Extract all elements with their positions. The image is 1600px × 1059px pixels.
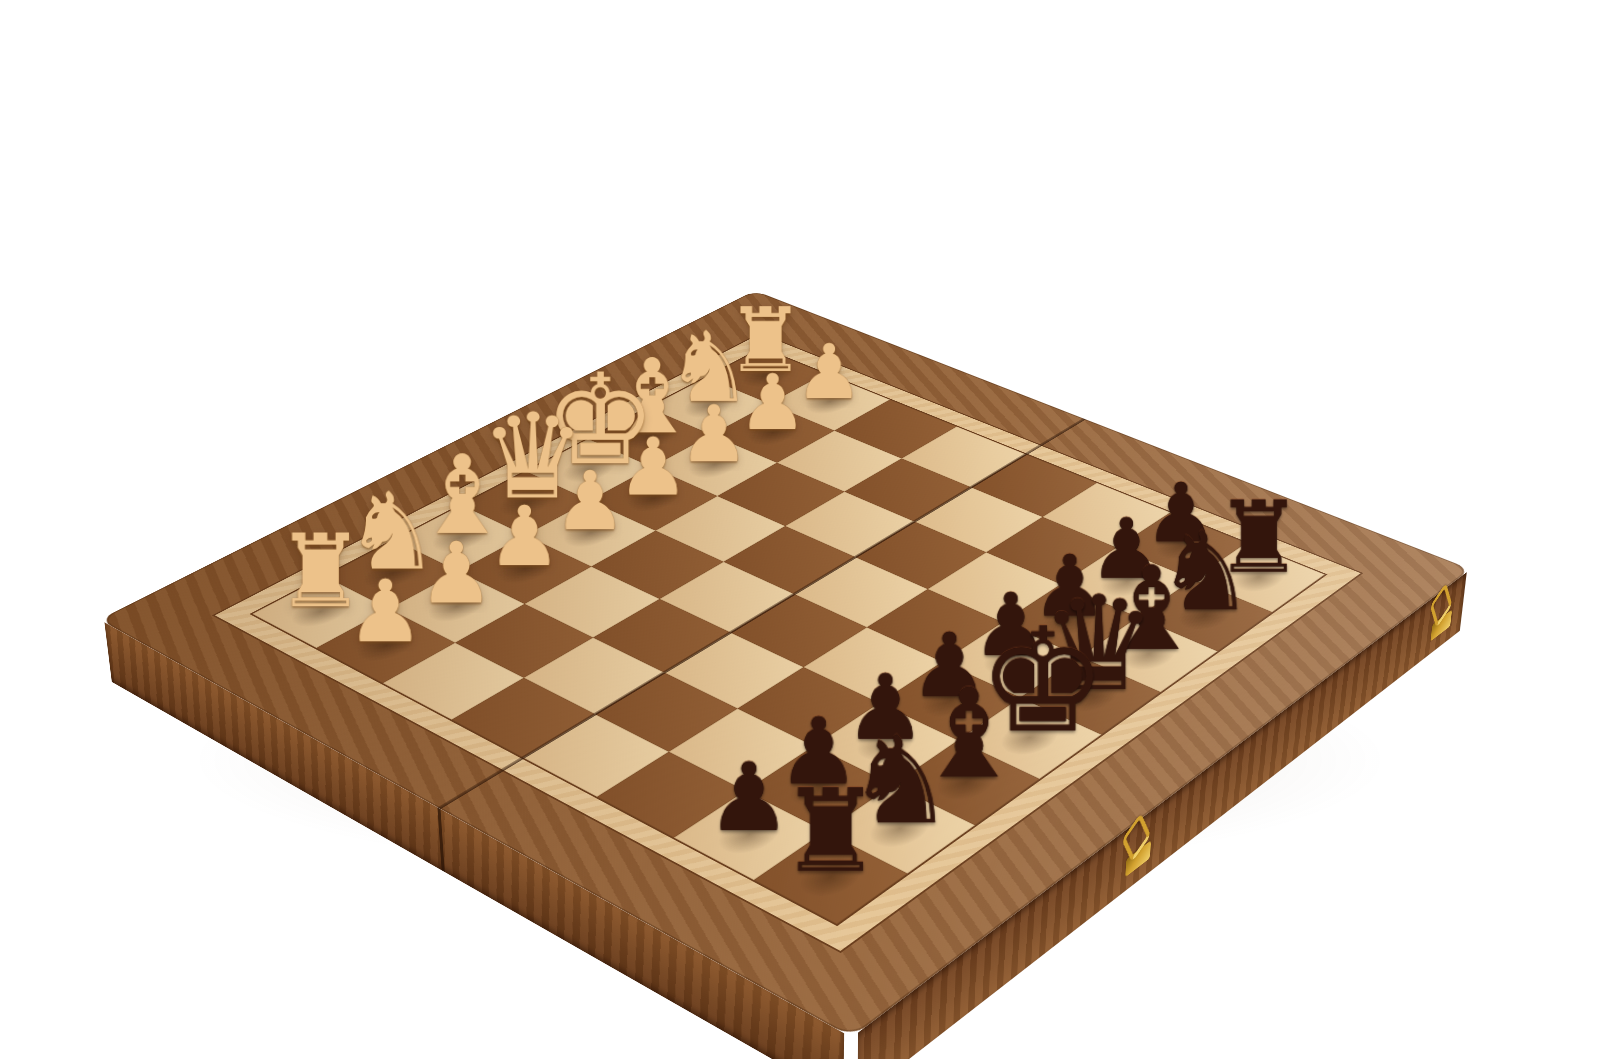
piece-white-pawn: ♟ — [316, 608, 455, 682]
piece-black-rook: ♜ — [754, 831, 908, 924]
scene: ♜♞♝♚♛♝♞♜♟♟♟♟♟♟♟♟♟♟♟♟♟♟♟♟♜♞♝♛♚♝♞♜ — [0, 0, 1600, 1059]
fold-seam-side — [437, 807, 444, 872]
photo-background: ♜♞♝♚♛♝♞♜♟♟♟♟♟♟♟♟♟♟♟♟♟♟♟♟♜♞♝♛♚♝♞♜ — [0, 0, 1600, 1059]
black-rook-glyph: ♜ — [776, 774, 885, 889]
chess-board: ♜♞♝♚♛♝♞♜♟♟♟♟♟♟♟♟♟♟♟♟♟♟♟♟♜♞♝♛♚♝♞♜ — [99, 290, 1471, 1037]
white-pawn-glyph: ♟ — [337, 568, 435, 654]
